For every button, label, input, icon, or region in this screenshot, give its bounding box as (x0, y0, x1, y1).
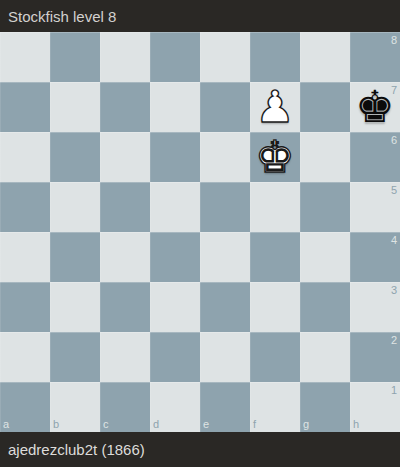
square-d6[interactable] (150, 132, 200, 182)
square-a3[interactable] (0, 282, 50, 332)
square-e7[interactable] (200, 82, 250, 132)
square-b1[interactable]: b (50, 382, 100, 432)
square-a8[interactable] (0, 32, 50, 82)
square-f4[interactable] (250, 232, 300, 282)
rank-label-5: 5 (391, 185, 397, 196)
rank-label-6: 6 (391, 135, 397, 146)
square-c4[interactable] (100, 232, 150, 282)
square-h3[interactable]: 3 (350, 282, 400, 332)
square-e1[interactable]: e (200, 382, 250, 432)
square-c6[interactable] (100, 132, 150, 182)
square-c8[interactable] (100, 32, 150, 82)
square-d3[interactable] (150, 282, 200, 332)
square-g7[interactable] (300, 82, 350, 132)
square-f8[interactable] (250, 32, 300, 82)
square-c1[interactable]: c (100, 382, 150, 432)
square-e6[interactable] (200, 132, 250, 182)
square-g5[interactable] (300, 182, 350, 232)
game-screen: Stockfish level 8 8765432abcdefg1h♟♚♚ aj… (0, 0, 400, 467)
square-g1[interactable]: g (300, 382, 350, 432)
square-d4[interactable] (150, 232, 200, 282)
square-a6[interactable] (0, 132, 50, 182)
square-e3[interactable] (200, 282, 250, 332)
file-label-g: g (303, 419, 309, 430)
square-f3[interactable] (250, 282, 300, 332)
square-h8[interactable]: 8 (350, 32, 400, 82)
rank-label-1: 1 (391, 385, 397, 396)
square-a1[interactable]: a (0, 382, 50, 432)
square-b2[interactable] (50, 332, 100, 382)
square-f2[interactable] (250, 332, 300, 382)
file-label-h: h (353, 419, 359, 430)
file-label-d: d (153, 419, 159, 430)
square-a4[interactable] (0, 232, 50, 282)
square-b5[interactable] (50, 182, 100, 232)
square-e2[interactable] (200, 332, 250, 382)
square-e5[interactable] (200, 182, 250, 232)
square-g6[interactable] (300, 132, 350, 182)
square-h6[interactable]: 6 (350, 132, 400, 182)
square-g3[interactable] (300, 282, 350, 332)
square-d7[interactable] (150, 82, 200, 132)
file-label-c: c (103, 419, 109, 430)
square-f1[interactable]: f (250, 382, 300, 432)
square-g4[interactable] (300, 232, 350, 282)
player-name: ajedrezclub2t (1866) (8, 441, 145, 458)
black-king[interactable]: ♚ (350, 82, 400, 132)
square-b3[interactable] (50, 282, 100, 332)
opponent-bar: Stockfish level 8 (0, 0, 400, 32)
square-d8[interactable] (150, 32, 200, 82)
square-a2[interactable] (0, 332, 50, 382)
rank-label-8: 8 (391, 35, 397, 46)
white-king[interactable]: ♚ (250, 132, 300, 182)
rank-label-4: 4 (391, 235, 397, 246)
square-c7[interactable] (100, 82, 150, 132)
file-label-e: e (203, 419, 209, 430)
square-g2[interactable] (300, 332, 350, 382)
square-h5[interactable]: 5 (350, 182, 400, 232)
file-label-b: b (53, 419, 59, 430)
square-d1[interactable]: d (150, 382, 200, 432)
square-b4[interactable] (50, 232, 100, 282)
file-label-f: f (253, 419, 256, 430)
square-g8[interactable] (300, 32, 350, 82)
square-d5[interactable] (150, 182, 200, 232)
file-label-a: a (3, 419, 9, 430)
square-a7[interactable] (0, 82, 50, 132)
square-b7[interactable] (50, 82, 100, 132)
square-c2[interactable] (100, 332, 150, 382)
square-c5[interactable] (100, 182, 150, 232)
rank-label-3: 3 (391, 285, 397, 296)
square-a5[interactable] (0, 182, 50, 232)
square-d2[interactable] (150, 332, 200, 382)
white-pawn[interactable]: ♟ (250, 82, 300, 132)
square-h1[interactable]: 1h (350, 382, 400, 432)
square-c3[interactable] (100, 282, 150, 332)
square-e4[interactable] (200, 232, 250, 282)
square-e8[interactable] (200, 32, 250, 82)
opponent-name: Stockfish level 8 (8, 8, 116, 25)
player-bar: ajedrezclub2t (1866) (0, 432, 400, 467)
square-h2[interactable]: 2 (350, 332, 400, 382)
square-h4[interactable]: 4 (350, 232, 400, 282)
square-b6[interactable] (50, 132, 100, 182)
rank-label-2: 2 (391, 335, 397, 346)
chess-board: 8765432abcdefg1h♟♚♚ (0, 32, 400, 432)
square-b8[interactable] (50, 32, 100, 82)
square-f5[interactable] (250, 182, 300, 232)
